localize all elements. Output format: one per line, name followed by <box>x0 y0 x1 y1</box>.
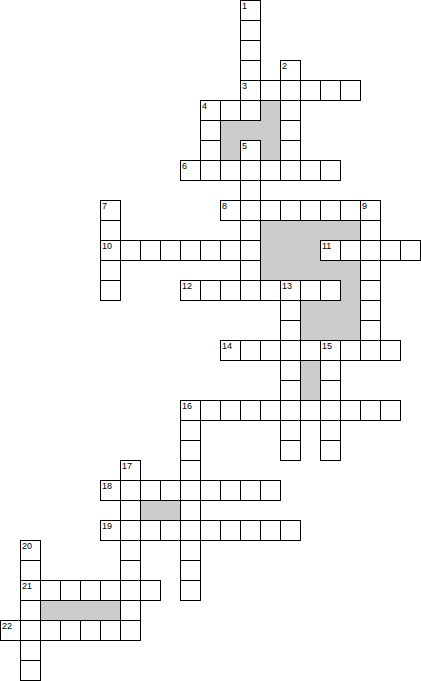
grid-cell[interactable] <box>100 200 121 221</box>
grid-cell[interactable] <box>400 240 421 261</box>
grid-cell[interactable] <box>180 440 201 461</box>
grid-cell[interactable] <box>180 560 201 581</box>
shaded-cell[interactable] <box>80 600 101 621</box>
grid-cell[interactable] <box>40 620 61 641</box>
grid-cell[interactable] <box>200 160 221 181</box>
grid-cell[interactable] <box>280 80 301 101</box>
grid-cell[interactable] <box>80 620 101 641</box>
grid-cell[interactable] <box>180 420 201 441</box>
shaded-cell[interactable] <box>320 320 341 341</box>
grid-cell[interactable] <box>280 120 301 141</box>
grid-cell[interactable] <box>20 620 41 641</box>
grid-cell[interactable] <box>240 140 261 161</box>
grid-cell[interactable] <box>280 160 301 181</box>
shaded-cell[interactable] <box>280 260 301 281</box>
shaded-cell[interactable] <box>320 260 341 281</box>
grid-cell[interactable] <box>40 580 61 601</box>
grid-cell[interactable] <box>240 200 261 221</box>
grid-cell[interactable] <box>20 600 41 621</box>
grid-cell[interactable] <box>120 500 141 521</box>
grid-cell[interactable] <box>320 380 341 401</box>
grid-cell[interactable] <box>260 200 281 221</box>
grid-cell[interactable] <box>120 480 141 501</box>
grid-cell[interactable] <box>220 400 241 421</box>
grid-cell[interactable] <box>380 340 401 361</box>
grid-cell[interactable] <box>180 160 201 181</box>
grid-cell[interactable] <box>260 400 281 421</box>
shaded-cell[interactable] <box>300 240 321 261</box>
grid-cell[interactable] <box>140 240 161 261</box>
grid-cell[interactable] <box>360 280 381 301</box>
grid-cell[interactable] <box>120 240 141 261</box>
grid-cell[interactable] <box>260 160 281 181</box>
shaded-cell[interactable] <box>140 500 161 521</box>
grid-cell[interactable] <box>240 180 261 201</box>
grid-cell[interactable] <box>360 260 381 281</box>
grid-cell[interactable] <box>160 480 181 501</box>
grid-cell[interactable] <box>240 400 261 421</box>
grid-cell[interactable] <box>160 240 181 261</box>
grid-cell[interactable] <box>280 420 301 441</box>
grid-cell[interactable] <box>220 480 241 501</box>
shaded-cell[interactable] <box>220 140 241 161</box>
shaded-cell[interactable] <box>320 220 341 241</box>
grid-cell[interactable] <box>60 580 81 601</box>
shaded-cell[interactable] <box>260 220 281 241</box>
shaded-cell[interactable] <box>300 300 321 321</box>
grid-cell[interactable] <box>260 280 281 301</box>
grid-cell[interactable] <box>240 240 261 261</box>
grid-cell[interactable] <box>280 60 301 81</box>
grid-cell[interactable] <box>240 20 261 41</box>
grid-cell[interactable] <box>120 560 141 581</box>
crossword-grid: 12345678910111213141516171819202122 <box>0 0 421 681</box>
shaded-cell[interactable] <box>220 120 241 141</box>
grid-cell[interactable] <box>300 340 321 361</box>
shaded-cell[interactable] <box>300 360 321 381</box>
grid-cell[interactable] <box>160 520 181 541</box>
grid-cell[interactable] <box>120 620 141 641</box>
shaded-cell[interactable] <box>300 220 321 241</box>
grid-cell[interactable] <box>0 620 21 641</box>
grid-cell[interactable] <box>280 360 301 381</box>
grid-cell[interactable] <box>20 640 41 661</box>
grid-cell[interactable] <box>320 420 341 441</box>
shaded-cell[interactable] <box>300 260 321 281</box>
shaded-cell[interactable] <box>340 320 361 341</box>
grid-cell[interactable] <box>260 340 281 361</box>
shaded-cell[interactable] <box>160 500 181 521</box>
shaded-cell[interactable] <box>240 120 261 141</box>
grid-cell[interactable] <box>140 480 161 501</box>
grid-cell[interactable] <box>260 520 281 541</box>
grid-cell[interactable] <box>360 300 381 321</box>
grid-cell[interactable] <box>240 520 261 541</box>
shaded-cell[interactable] <box>300 380 321 401</box>
grid-cell[interactable] <box>180 240 201 261</box>
grid-cell[interactable] <box>200 280 221 301</box>
grid-cell[interactable] <box>320 400 341 421</box>
grid-cell[interactable] <box>340 80 361 101</box>
grid-cell[interactable] <box>60 620 81 641</box>
shaded-cell[interactable] <box>340 220 361 241</box>
grid-cell[interactable] <box>100 280 121 301</box>
shaded-cell[interactable] <box>340 280 361 301</box>
grid-cell[interactable] <box>240 220 261 241</box>
grid-cell[interactable] <box>280 140 301 161</box>
shaded-cell[interactable] <box>320 300 341 321</box>
grid-cell[interactable] <box>240 160 261 181</box>
grid-cell[interactable] <box>240 100 261 121</box>
grid-cell[interactable] <box>240 340 261 361</box>
grid-cell[interactable] <box>120 460 141 481</box>
grid-cell[interactable] <box>180 520 201 541</box>
shaded-cell[interactable] <box>260 120 281 141</box>
grid-cell[interactable] <box>220 160 241 181</box>
grid-cell[interactable] <box>280 200 301 221</box>
shaded-cell[interactable] <box>260 100 281 121</box>
grid-cell[interactable] <box>220 200 241 221</box>
grid-cell[interactable] <box>340 400 361 421</box>
grid-cell[interactable] <box>100 620 121 641</box>
shaded-cell[interactable] <box>260 140 281 161</box>
grid-cell[interactable] <box>20 580 41 601</box>
grid-cell[interactable] <box>240 0 261 21</box>
grid-cell[interactable] <box>120 600 141 621</box>
grid-cell[interactable] <box>120 540 141 561</box>
grid-cell[interactable] <box>100 220 121 241</box>
shaded-cell[interactable] <box>280 240 301 261</box>
grid-cell[interactable] <box>320 340 341 361</box>
grid-cell[interactable] <box>280 520 301 541</box>
grid-cell[interactable] <box>260 80 281 101</box>
shaded-cell[interactable] <box>100 600 121 621</box>
grid-cell[interactable] <box>300 80 321 101</box>
grid-cell[interactable] <box>340 240 361 261</box>
grid-cell[interactable] <box>320 80 341 101</box>
shaded-cell[interactable] <box>260 260 281 281</box>
grid-cell[interactable] <box>240 60 261 81</box>
grid-cell[interactable] <box>120 580 141 601</box>
grid-cell[interactable] <box>120 520 141 541</box>
grid-cell[interactable] <box>320 160 341 181</box>
grid-cell[interactable] <box>100 520 121 541</box>
grid-cell[interactable] <box>360 320 381 341</box>
grid-cell[interactable] <box>340 340 361 361</box>
grid-cell[interactable] <box>220 240 241 261</box>
grid-cell[interactable] <box>100 260 121 281</box>
grid-cell[interactable] <box>100 580 121 601</box>
grid-cell[interactable] <box>320 360 341 381</box>
grid-cell[interactable] <box>280 380 301 401</box>
shaded-cell[interactable] <box>260 240 281 261</box>
grid-cell[interactable] <box>200 120 221 141</box>
grid-cell[interactable] <box>360 200 381 221</box>
grid-cell[interactable] <box>20 560 41 581</box>
shaded-cell[interactable] <box>340 300 361 321</box>
grid-cell[interactable] <box>280 340 301 361</box>
grid-cell[interactable] <box>280 440 301 461</box>
grid-cell[interactable] <box>200 240 221 261</box>
grid-cell[interactable] <box>340 200 361 221</box>
grid-cell[interactable] <box>280 400 301 421</box>
grid-cell[interactable] <box>180 400 201 421</box>
grid-cell[interactable] <box>280 300 301 321</box>
grid-cell[interactable] <box>360 340 381 361</box>
grid-cell[interactable] <box>320 280 341 301</box>
grid-cell[interactable] <box>380 400 401 421</box>
grid-cell[interactable] <box>180 480 201 501</box>
grid-cell[interactable] <box>240 480 261 501</box>
grid-cell[interactable] <box>240 260 261 281</box>
grid-cell[interactable] <box>300 400 321 421</box>
grid-cell[interactable] <box>100 240 121 261</box>
grid-cell[interactable] <box>180 500 201 521</box>
grid-cell[interactable] <box>240 80 261 101</box>
grid-cell[interactable] <box>200 480 221 501</box>
grid-cell[interactable] <box>20 540 41 561</box>
shaded-cell[interactable] <box>280 220 301 241</box>
grid-cell[interactable] <box>200 140 221 161</box>
grid-cell[interactable] <box>360 240 381 261</box>
grid-cell[interactable] <box>300 160 321 181</box>
grid-cell[interactable] <box>240 40 261 61</box>
grid-cell[interactable] <box>200 400 221 421</box>
grid-cell[interactable] <box>320 440 341 461</box>
shaded-cell[interactable] <box>40 600 61 621</box>
shaded-cell[interactable] <box>300 320 321 341</box>
grid-cell[interactable] <box>140 580 161 601</box>
grid-cell[interactable] <box>280 280 301 301</box>
grid-cell[interactable] <box>180 540 201 561</box>
grid-cell[interactable] <box>240 280 261 301</box>
grid-cell[interactable] <box>100 480 121 501</box>
grid-cell[interactable] <box>220 520 241 541</box>
grid-cell[interactable] <box>200 100 221 121</box>
grid-cell[interactable] <box>300 200 321 221</box>
grid-cell[interactable] <box>320 240 341 261</box>
grid-cell[interactable] <box>20 660 41 681</box>
grid-cell[interactable] <box>320 200 341 221</box>
grid-cell[interactable] <box>220 280 241 301</box>
grid-cell[interactable] <box>220 340 241 361</box>
grid-cell[interactable] <box>180 460 201 481</box>
grid-cell[interactable] <box>180 580 201 601</box>
shaded-cell[interactable] <box>340 260 361 281</box>
grid-cell[interactable] <box>360 220 381 241</box>
grid-cell[interactable] <box>80 580 101 601</box>
grid-cell[interactable] <box>280 320 301 341</box>
grid-cell[interactable] <box>280 100 301 121</box>
grid-cell[interactable] <box>200 520 221 541</box>
grid-cell[interactable] <box>220 100 241 121</box>
shaded-cell[interactable] <box>60 600 81 621</box>
grid-cell[interactable] <box>180 280 201 301</box>
grid-cell[interactable] <box>380 240 401 261</box>
grid-cell[interactable] <box>260 480 281 501</box>
grid-cell[interactable] <box>300 280 321 301</box>
grid-cell[interactable] <box>360 400 381 421</box>
grid-cell[interactable] <box>140 520 161 541</box>
